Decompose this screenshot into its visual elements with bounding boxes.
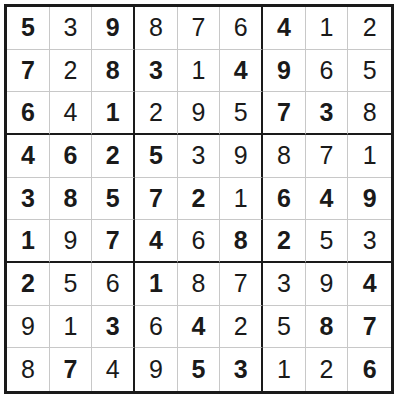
cell-r5c5[interactable]: 2 bbox=[178, 178, 221, 221]
cell-r5c4[interactable]: 7 bbox=[135, 178, 178, 221]
cell-r7c2[interactable]: 5 bbox=[50, 263, 93, 306]
cell-r8c7[interactable]: 5 bbox=[263, 306, 306, 349]
cell-r8c8[interactable]: 8 bbox=[306, 306, 349, 349]
cell-r5c9[interactable]: 9 bbox=[348, 178, 391, 221]
cell-r5c2[interactable]: 8 bbox=[50, 178, 93, 221]
cell-r5c6[interactable]: 1 bbox=[220, 178, 263, 221]
cell-r6c4[interactable]: 4 bbox=[135, 220, 178, 263]
cell-r4c3[interactable]: 2 bbox=[92, 135, 135, 178]
cell-r6c9[interactable]: 3 bbox=[348, 220, 391, 263]
cell-r1c3[interactable]: 9 bbox=[92, 7, 135, 50]
cell-r6c2[interactable]: 9 bbox=[50, 220, 93, 263]
cell-r8c4[interactable]: 6 bbox=[135, 306, 178, 349]
cell-r8c9[interactable]: 7 bbox=[348, 306, 391, 349]
cell-r6c3[interactable]: 7 bbox=[92, 220, 135, 263]
cell-r2c3[interactable]: 8 bbox=[92, 50, 135, 93]
cell-r1c8[interactable]: 1 bbox=[306, 7, 349, 50]
cell-r6c7[interactable]: 2 bbox=[263, 220, 306, 263]
sudoku-page: 5398764127283149656412957384625398713857… bbox=[0, 0, 400, 400]
cell-r5c1[interactable]: 3 bbox=[7, 178, 50, 221]
cell-r2c4[interactable]: 3 bbox=[135, 50, 178, 93]
cell-r8c1[interactable]: 9 bbox=[7, 306, 50, 349]
cell-r4c1[interactable]: 4 bbox=[7, 135, 50, 178]
cell-r8c5[interactable]: 4 bbox=[178, 306, 221, 349]
cell-r8c6[interactable]: 2 bbox=[220, 306, 263, 349]
cell-r6c5[interactable]: 6 bbox=[178, 220, 221, 263]
cell-r9c2[interactable]: 7 bbox=[50, 348, 93, 391]
cell-r4c9[interactable]: 1 bbox=[348, 135, 391, 178]
cell-r7c9[interactable]: 4 bbox=[348, 263, 391, 306]
cell-r6c6[interactable]: 8 bbox=[220, 220, 263, 263]
cell-r9c8[interactable]: 2 bbox=[306, 348, 349, 391]
cell-r2c6[interactable]: 4 bbox=[220, 50, 263, 93]
cell-r8c3[interactable]: 3 bbox=[92, 306, 135, 349]
cell-r3c5[interactable]: 9 bbox=[178, 92, 221, 135]
cell-r3c8[interactable]: 3 bbox=[306, 92, 349, 135]
cell-r5c8[interactable]: 4 bbox=[306, 178, 349, 221]
cell-r9c5[interactable]: 5 bbox=[178, 348, 221, 391]
cell-r9c4[interactable]: 9 bbox=[135, 348, 178, 391]
sudoku-board: 5398764127283149656412957384625398713857… bbox=[4, 4, 394, 394]
cell-r5c3[interactable]: 5 bbox=[92, 178, 135, 221]
cell-r6c1[interactable]: 1 bbox=[7, 220, 50, 263]
cell-r1c9[interactable]: 2 bbox=[348, 7, 391, 50]
cell-r3c4[interactable]: 2 bbox=[135, 92, 178, 135]
cell-r7c5[interactable]: 8 bbox=[178, 263, 221, 306]
cell-r9c7[interactable]: 1 bbox=[263, 348, 306, 391]
cell-r4c2[interactable]: 6 bbox=[50, 135, 93, 178]
cell-r2c1[interactable]: 7 bbox=[7, 50, 50, 93]
cell-r4c4[interactable]: 5 bbox=[135, 135, 178, 178]
cell-r7c7[interactable]: 3 bbox=[263, 263, 306, 306]
cell-r4c5[interactable]: 3 bbox=[178, 135, 221, 178]
cell-r1c6[interactable]: 6 bbox=[220, 7, 263, 50]
cell-r7c1[interactable]: 2 bbox=[7, 263, 50, 306]
cell-r7c8[interactable]: 9 bbox=[306, 263, 349, 306]
cell-r5c7[interactable]: 6 bbox=[263, 178, 306, 221]
cell-r4c8[interactable]: 7 bbox=[306, 135, 349, 178]
cell-r2c7[interactable]: 9 bbox=[263, 50, 306, 93]
cell-r2c2[interactable]: 2 bbox=[50, 50, 93, 93]
cell-r4c6[interactable]: 9 bbox=[220, 135, 263, 178]
cell-r1c1[interactable]: 5 bbox=[7, 7, 50, 50]
cell-r3c2[interactable]: 4 bbox=[50, 92, 93, 135]
cell-r3c6[interactable]: 5 bbox=[220, 92, 263, 135]
cell-r3c9[interactable]: 8 bbox=[348, 92, 391, 135]
cell-r2c8[interactable]: 6 bbox=[306, 50, 349, 93]
cell-r9c6[interactable]: 3 bbox=[220, 348, 263, 391]
cell-r3c1[interactable]: 6 bbox=[7, 92, 50, 135]
cell-r4c7[interactable]: 8 bbox=[263, 135, 306, 178]
cell-r9c1[interactable]: 8 bbox=[7, 348, 50, 391]
cell-r6c8[interactable]: 5 bbox=[306, 220, 349, 263]
cell-r3c3[interactable]: 1 bbox=[92, 92, 135, 135]
cell-r7c4[interactable]: 1 bbox=[135, 263, 178, 306]
cell-r1c2[interactable]: 3 bbox=[50, 7, 93, 50]
cell-r2c9[interactable]: 5 bbox=[348, 50, 391, 93]
cell-r7c3[interactable]: 6 bbox=[92, 263, 135, 306]
cell-r7c6[interactable]: 7 bbox=[220, 263, 263, 306]
cell-r1c4[interactable]: 8 bbox=[135, 7, 178, 50]
cell-r9c3[interactable]: 4 bbox=[92, 348, 135, 391]
cell-r1c7[interactable]: 4 bbox=[263, 7, 306, 50]
cell-r8c2[interactable]: 1 bbox=[50, 306, 93, 349]
cell-r3c7[interactable]: 7 bbox=[263, 92, 306, 135]
cell-r2c5[interactable]: 1 bbox=[178, 50, 221, 93]
cell-r9c9[interactable]: 6 bbox=[348, 348, 391, 391]
cell-r1c5[interactable]: 7 bbox=[178, 7, 221, 50]
